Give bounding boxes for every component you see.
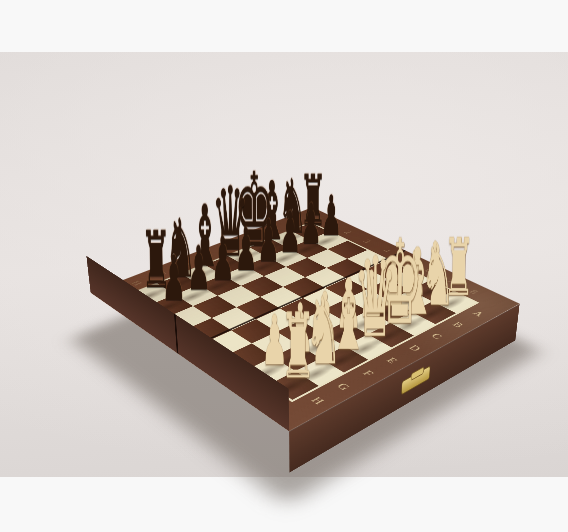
photo-backdrop: 1122334455667788HHGGFFEEDDCCBBAA ♜♞♝♛♚♝♞… <box>0 0 568 532</box>
scene-3d: 1122334455667788HHGGFFEEDDCCBBAA ♜♞♝♛♚♝♞… <box>0 0 568 532</box>
dark-pawn-glyph: ♟ <box>157 250 192 307</box>
brass-clasp-icon <box>401 365 430 395</box>
light-rook-glyph: ♜ <box>278 304 317 387</box>
fold-seam-side <box>174 313 178 354</box>
